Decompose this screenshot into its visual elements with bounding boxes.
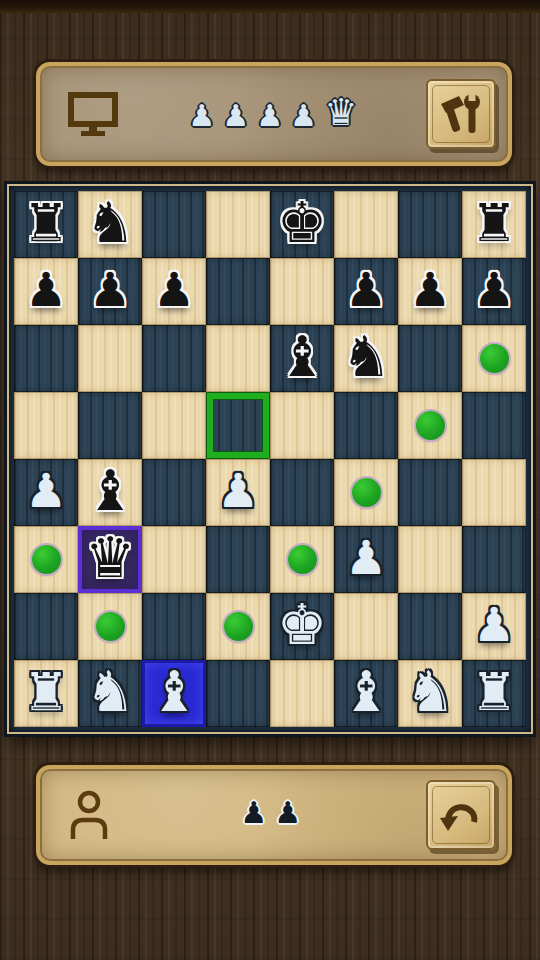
piece-white-knight: ♞: [85, 664, 135, 720]
piece-black-pawn: ♟: [25, 266, 67, 313]
square-e7[interactable]: [270, 258, 334, 325]
square-d7[interactable]: [206, 258, 270, 325]
square-f1[interactable]: ♝: [334, 660, 398, 727]
square-e8[interactable]: ♚: [270, 191, 334, 258]
square-f6[interactable]: ♞: [334, 325, 398, 392]
piece-white-bishop: ♝: [341, 664, 391, 720]
legal-move-dot: [96, 612, 125, 641]
square-g4[interactable]: [398, 459, 462, 526]
square-c4[interactable]: [142, 459, 206, 526]
square-h5[interactable]: [462, 392, 526, 459]
square-d4[interactable]: ♟: [206, 459, 270, 526]
square-e1[interactable]: [270, 660, 334, 727]
square-d3[interactable]: [206, 526, 270, 593]
square-e4[interactable]: [270, 459, 334, 526]
top-wood-plank: [0, 0, 540, 13]
square-b5[interactable]: [78, 392, 142, 459]
chess-board: ♜♞♚♜♟♟♟♟♟♟♝♞♟♝♟♛♟♚♟♜♞♝♝♞♜: [14, 191, 526, 727]
piece-white-knight: ♞: [405, 664, 455, 720]
undo-arrow-icon: [440, 796, 482, 834]
settings-button[interactable]: [426, 79, 496, 149]
captured-black-pawn: ♟: [241, 798, 268, 828]
square-d2[interactable]: [206, 593, 270, 660]
piece-black-bishop: ♝: [85, 463, 135, 519]
square-a4[interactable]: ♟: [14, 459, 78, 526]
square-g6[interactable]: [398, 325, 462, 392]
piece-black-king: ♚: [277, 195, 327, 251]
square-a5[interactable]: [14, 392, 78, 459]
legal-move-dot: [224, 612, 253, 641]
captured-white-queen: ♛: [324, 94, 357, 131]
piece-black-pawn: ♟: [89, 266, 131, 313]
square-c6[interactable]: [142, 325, 206, 392]
piece-white-rook: ♜: [23, 666, 70, 718]
chess-board-frame: ♜♞♚♜♟♟♟♟♟♟♝♞♟♝♟♛♟♚♟♜♞♝♝♞♜: [7, 184, 533, 734]
square-h8[interactable]: ♜: [462, 191, 526, 258]
square-f5[interactable]: [334, 392, 398, 459]
piece-white-pawn: ♟: [217, 467, 259, 514]
legal-move-dot: [416, 411, 445, 440]
piece-black-pawn: ♟: [473, 266, 515, 313]
square-d8[interactable]: [206, 191, 270, 258]
square-g2[interactable]: [398, 593, 462, 660]
computer-icon: [66, 90, 120, 138]
captured-white-pawn: ♟: [189, 101, 216, 131]
square-c5[interactable]: [142, 392, 206, 459]
square-e2[interactable]: ♚: [270, 593, 334, 660]
piece-black-rook: ♜: [23, 197, 70, 249]
square-f3[interactable]: ♟: [334, 526, 398, 593]
square-g7[interactable]: ♟: [398, 258, 462, 325]
square-a7[interactable]: ♟: [14, 258, 78, 325]
square-a8[interactable]: ♜: [14, 191, 78, 258]
legal-move-dot: [352, 478, 381, 507]
square-b6[interactable]: [78, 325, 142, 392]
square-h1[interactable]: ♜: [462, 660, 526, 727]
square-c2[interactable]: [142, 593, 206, 660]
captured-black-pieces-tray: ♟♟: [116, 798, 426, 832]
piece-black-pawn: ♟: [153, 266, 195, 313]
piece-black-pawn: ♟: [345, 266, 387, 313]
captured-white-pawn: ♟: [223, 101, 250, 131]
player-panel: ♟♟: [36, 765, 512, 865]
captured-black-pawn: ♟: [275, 798, 302, 828]
square-a6[interactable]: [14, 325, 78, 392]
square-a2[interactable]: [14, 593, 78, 660]
square-b7[interactable]: ♟: [78, 258, 142, 325]
square-d5[interactable]: [206, 392, 270, 459]
opponent-panel: ♟♟♟♟♛: [36, 62, 512, 166]
piece-black-knight: ♞: [85, 195, 135, 251]
captured-white-pieces-tray: ♟♟♟♟♛: [120, 94, 426, 135]
square-h6[interactable]: [462, 325, 526, 392]
square-g3[interactable]: [398, 526, 462, 593]
square-e3[interactable]: [270, 526, 334, 593]
piece-white-pawn: ♟: [345, 534, 387, 581]
square-c7[interactable]: ♟: [142, 258, 206, 325]
square-a3[interactable]: [14, 526, 78, 593]
legal-move-dot: [480, 344, 509, 373]
captured-white-pawn: ♟: [290, 101, 317, 131]
square-b2[interactable]: [78, 593, 142, 660]
square-h7[interactable]: ♟: [462, 258, 526, 325]
square-e6[interactable]: ♝: [270, 325, 334, 392]
legal-move-dot: [32, 545, 61, 574]
piece-black-bishop: ♝: [277, 329, 327, 385]
captured-white-pawn: ♟: [256, 101, 283, 131]
square-d6[interactable]: [206, 325, 270, 392]
piece-black-rook: ♜: [471, 197, 518, 249]
piece-white-king: ♚: [277, 597, 327, 653]
square-e5[interactable]: [270, 392, 334, 459]
hammer-wrench-icon: [439, 92, 483, 136]
square-g1[interactable]: ♞: [398, 660, 462, 727]
piece-black-pawn: ♟: [409, 266, 451, 313]
square-f8[interactable]: [334, 191, 398, 258]
piece-white-pawn: ♟: [25, 467, 67, 514]
square-f4[interactable]: [334, 459, 398, 526]
square-h4[interactable]: [462, 459, 526, 526]
piece-white-bishop: ♝: [149, 664, 199, 720]
square-h3[interactable]: [462, 526, 526, 593]
square-b8[interactable]: ♞: [78, 191, 142, 258]
piece-white-pawn: ♟: [473, 601, 515, 648]
square-c3[interactable]: [142, 526, 206, 593]
legal-move-dot: [288, 545, 317, 574]
square-g8[interactable]: [398, 191, 462, 258]
square-h2[interactable]: ♟: [462, 593, 526, 660]
undo-button[interactable]: [426, 780, 496, 850]
piece-white-rook: ♜: [471, 666, 518, 718]
human-player-icon: [66, 788, 116, 842]
piece-black-queen: ♛: [85, 530, 135, 586]
square-f7[interactable]: ♟: [334, 258, 398, 325]
square-g5[interactable]: [398, 392, 462, 459]
square-b1[interactable]: ♞: [78, 660, 142, 727]
square-f2[interactable]: [334, 593, 398, 660]
square-b3[interactable]: ♛: [78, 526, 142, 593]
square-d1[interactable]: [206, 660, 270, 727]
square-b4[interactable]: ♝: [78, 459, 142, 526]
square-c8[interactable]: [142, 191, 206, 258]
square-c1[interactable]: ♝: [142, 660, 206, 727]
piece-black-knight: ♞: [341, 329, 391, 385]
square-a1[interactable]: ♜: [14, 660, 78, 727]
